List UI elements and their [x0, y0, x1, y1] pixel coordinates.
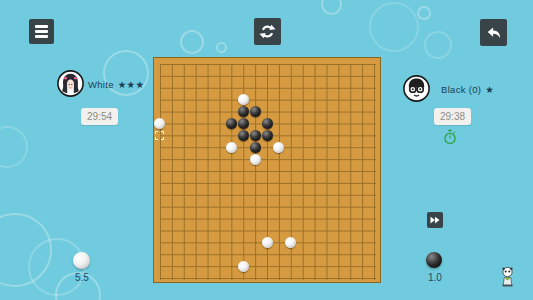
hamburger-icon [35, 25, 48, 37]
bubble-decoration [0, 126, 28, 168]
black-stone [250, 142, 261, 153]
white-stone [238, 261, 249, 272]
black-player-avatar [403, 75, 430, 102]
board-grid[interactable] [154, 58, 380, 272]
capture-marker [155, 131, 164, 140]
black-stone [226, 118, 237, 129]
black-score-stone [426, 252, 442, 268]
black-stone [238, 118, 249, 129]
black-player-clock: 29:38 [434, 108, 471, 125]
white-player-avatar [57, 70, 84, 97]
white-stone [250, 154, 261, 165]
black-player-stars: ★ [485, 84, 494, 95]
white-komi-label: 5.5 [75, 272, 89, 283]
black-stone [238, 130, 249, 141]
white-stone [273, 142, 284, 153]
white-komi-stone [73, 252, 90, 269]
go-board[interactable] [153, 57, 381, 283]
stopwatch-icon [443, 129, 457, 145]
bubble-decoration [216, 42, 227, 53]
menu-button[interactable] [29, 19, 54, 44]
go-app-screen: White★★★ 29:54 Black (0)★ 29:38 5.5 1.0 [0, 0, 533, 300]
black-stone [262, 130, 273, 141]
white-stone [226, 142, 237, 153]
white-stone [154, 118, 165, 129]
fast-forward-button[interactable] [427, 212, 443, 228]
undo-button[interactable] [480, 19, 507, 46]
white-player-name: White★★★ [88, 79, 144, 90]
bubble-decoration [424, 31, 452, 59]
bubble-decoration [180, 30, 204, 54]
white-stone [238, 94, 249, 105]
bubble-decoration [417, 6, 431, 20]
refresh-button[interactable] [254, 18, 281, 45]
bubble-decoration [369, 2, 419, 52]
black-stone [250, 130, 261, 141]
bubble-decoration [321, 0, 342, 15]
black-stone [262, 118, 273, 129]
black-stone [250, 106, 261, 117]
white-player-stars: ★★★ [118, 79, 144, 90]
panda-mascot-icon [500, 266, 515, 287]
undo-icon [484, 23, 503, 42]
black-stone [238, 106, 249, 117]
black-player-name: Black (0)★ [441, 84, 494, 95]
white-player-clock: 29:54 [81, 108, 118, 125]
black-score-label: 1.0 [428, 272, 442, 283]
white-stone [262, 237, 273, 248]
refresh-icon [258, 22, 277, 41]
fast-forward-icon [429, 214, 441, 226]
white-stone [285, 237, 296, 248]
